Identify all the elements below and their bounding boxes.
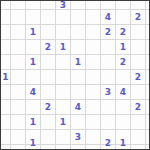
cell-r8c1[interactable] <box>11 115 25 129</box>
cell-r2c10[interactable] <box>146 25 149 39</box>
clue-number: 2 <box>120 58 126 67</box>
cell-r4c2[interactable]: 1 <box>26 55 40 69</box>
cell-r1c5[interactable] <box>71 10 85 24</box>
cell-r1c8[interactable] <box>116 10 130 24</box>
cell-r8c6[interactable] <box>86 115 100 129</box>
cell-r10c9[interactable] <box>131 145 145 150</box>
puzzle-board: 34212221111212434242113121 <box>0 0 150 150</box>
cell-r4c6[interactable] <box>86 55 100 69</box>
cell-r0c5[interactable] <box>71 1 85 9</box>
clue-number: 4 <box>120 88 126 97</box>
cell-r0c9[interactable] <box>131 1 145 9</box>
cell-r2c5[interactable] <box>71 25 85 39</box>
cell-r3c6[interactable] <box>86 40 100 54</box>
cell-r7c4[interactable] <box>56 100 70 114</box>
cell-r3c10[interactable] <box>146 40 149 54</box>
cell-r0c3[interactable] <box>41 1 55 9</box>
cell-r8c4[interactable]: 1 <box>56 115 70 129</box>
cell-r9c5[interactable]: 3 <box>71 130 85 144</box>
cell-r5c10[interactable] <box>146 70 149 84</box>
cell-r0c6[interactable] <box>86 1 100 9</box>
cell-r6c8[interactable]: 4 <box>116 85 130 99</box>
cell-r10c5[interactable] <box>71 145 85 150</box>
cell-r3c7[interactable] <box>101 40 115 54</box>
clue-number: 1 <box>30 28 36 37</box>
cell-r0c8[interactable] <box>116 1 130 9</box>
cell-r2c9[interactable] <box>131 25 145 39</box>
cell-r4c10[interactable] <box>146 55 149 69</box>
cell-r1c4[interactable] <box>56 10 70 24</box>
cell-r0c7[interactable] <box>101 1 115 9</box>
cell-r5c4[interactable] <box>56 70 70 84</box>
cell-r2c6[interactable] <box>86 25 100 39</box>
cell-r0c2[interactable] <box>26 1 40 9</box>
cell-r7c9[interactable]: 2 <box>131 100 145 114</box>
clue-number: 1 <box>2 73 8 82</box>
cell-r9c3[interactable] <box>41 130 55 144</box>
cell-r0c10[interactable] <box>146 1 149 9</box>
cell-r4c5[interactable]: 1 <box>71 55 85 69</box>
cell-r4c4[interactable] <box>56 55 70 69</box>
cell-r1c7[interactable]: 4 <box>101 10 115 24</box>
cell-r9c1[interactable] <box>11 130 25 144</box>
cell-r3c4[interactable]: 1 <box>56 40 70 54</box>
cell-r9c4[interactable] <box>56 130 70 144</box>
cell-r0c0[interactable] <box>1 1 10 9</box>
cell-r6c2[interactable]: 4 <box>26 85 40 99</box>
clue-number: 4 <box>75 103 81 112</box>
cell-r4c7[interactable] <box>101 55 115 69</box>
clue-number: 1 <box>75 58 81 67</box>
cell-r8c5[interactable] <box>71 115 85 129</box>
clue-number: 2 <box>135 73 141 82</box>
cell-r10c7[interactable]: 2 <box>101 145 115 150</box>
cell-r6c3[interactable] <box>41 85 55 99</box>
cell-r4c3[interactable] <box>41 55 55 69</box>
cell-r9c6[interactable] <box>86 130 100 144</box>
cell-r1c1[interactable] <box>11 10 25 24</box>
clue-number: 1 <box>60 43 66 52</box>
cell-r5c7[interactable] <box>101 70 115 84</box>
cell-r5c2[interactable] <box>26 70 40 84</box>
cell-r9c7[interactable] <box>101 130 115 144</box>
cell-r6c0[interactable] <box>1 85 10 99</box>
clue-number: 4 <box>30 88 36 97</box>
cell-r8c0[interactable] <box>1 115 10 129</box>
cell-r5c5[interactable] <box>71 70 85 84</box>
cell-r10c4[interactable] <box>56 145 70 150</box>
cell-r3c3[interactable]: 2 <box>41 40 55 54</box>
clue-number: 2 <box>120 28 126 37</box>
cell-r6c9[interactable] <box>131 85 145 99</box>
clue-number: 2 <box>105 28 111 37</box>
cell-r4c9[interactable] <box>131 55 145 69</box>
cell-r10c10[interactable] <box>146 145 149 150</box>
cell-r2c4[interactable] <box>56 25 70 39</box>
cell-r9c0[interactable] <box>1 130 10 144</box>
cell-r3c0[interactable] <box>1 40 10 54</box>
cell-r6c6[interactable] <box>86 85 100 99</box>
cell-r10c8[interactable]: 1 <box>116 145 130 150</box>
cell-r7c8[interactable] <box>116 100 130 114</box>
cell-r5c1[interactable] <box>11 70 25 84</box>
cell-r2c8[interactable]: 2 <box>116 25 130 39</box>
clue-number: 2 <box>135 13 141 22</box>
screenshot: 34212221111212434242113121 <box>0 0 150 150</box>
cell-r2c0[interactable] <box>1 25 10 39</box>
cell-r9c8[interactable] <box>116 130 130 144</box>
cell-r2c3[interactable] <box>41 25 55 39</box>
cell-r1c2[interactable] <box>26 10 40 24</box>
cell-r8c10[interactable] <box>146 115 149 129</box>
clue-number: 3 <box>75 133 81 142</box>
cell-r9c9[interactable] <box>131 130 145 144</box>
clue-number: 3 <box>60 1 66 10</box>
cell-r4c8[interactable]: 2 <box>116 55 130 69</box>
cell-r10c0[interactable] <box>1 145 10 150</box>
cell-r6c5[interactable] <box>71 85 85 99</box>
cell-r5c0[interactable]: 1 <box>1 70 10 84</box>
clue-number: 2 <box>45 43 51 52</box>
clue-number: 1 <box>30 58 36 67</box>
cell-r8c8[interactable] <box>116 115 130 129</box>
cell-r7c3[interactable]: 2 <box>41 100 55 114</box>
clue-number: 1 <box>60 118 66 127</box>
cell-r4c1[interactable] <box>11 55 25 69</box>
cell-r10c1[interactable] <box>11 145 25 150</box>
cell-r10c2[interactable]: 1 <box>26 145 40 150</box>
cell-r2c2[interactable]: 1 <box>26 25 40 39</box>
cell-r2c7[interactable]: 2 <box>101 25 115 39</box>
cell-r7c0[interactable] <box>1 100 10 114</box>
cell-r7c5[interactable]: 4 <box>71 100 85 114</box>
cell-r4c0[interactable] <box>1 55 10 69</box>
clue-number: 1 <box>120 43 126 52</box>
clue-number: 2 <box>45 103 51 112</box>
cell-r10c3[interactable] <box>41 145 55 150</box>
cell-r1c0[interactable] <box>1 10 10 24</box>
cell-r5c9[interactable]: 2 <box>131 70 145 84</box>
cell-r2c1[interactable] <box>11 25 25 39</box>
cell-r1c10[interactable] <box>146 10 149 24</box>
cell-r3c9[interactable] <box>131 40 145 54</box>
cell-r6c4[interactable] <box>56 85 70 99</box>
cell-r1c3[interactable] <box>41 10 55 24</box>
cell-r1c6[interactable] <box>86 10 100 24</box>
clue-number: 4 <box>105 13 111 22</box>
cell-r7c1[interactable] <box>11 100 25 114</box>
cell-r3c2[interactable] <box>26 40 40 54</box>
cell-r5c6[interactable] <box>86 70 100 84</box>
cell-r3c5[interactable] <box>71 40 85 54</box>
cell-r8c9[interactable] <box>131 115 145 129</box>
cell-r9c10[interactable] <box>146 130 149 144</box>
cell-r3c1[interactable] <box>11 40 25 54</box>
cell-r9c2[interactable] <box>26 130 40 144</box>
cell-r1c9[interactable]: 2 <box>131 10 145 24</box>
cell-r5c3[interactable] <box>41 70 55 84</box>
cell-r7c10[interactable] <box>146 100 149 114</box>
cell-r5c8[interactable] <box>116 70 130 84</box>
cell-r3c8[interactable]: 1 <box>116 40 130 54</box>
cell-r6c7[interactable]: 3 <box>101 85 115 99</box>
cell-r6c1[interactable] <box>11 85 25 99</box>
cell-r7c2[interactable] <box>26 100 40 114</box>
cell-r7c7[interactable] <box>101 100 115 114</box>
cell-r8c3[interactable] <box>41 115 55 129</box>
clue-number: 2 <box>135 103 141 112</box>
cell-r0c1[interactable] <box>11 1 25 9</box>
cell-r0c4[interactable]: 3 <box>56 1 70 9</box>
cell-r8c7[interactable] <box>101 115 115 129</box>
clue-number: 1 <box>30 118 36 127</box>
cell-r7c6[interactable] <box>86 100 100 114</box>
cell-r8c2[interactable]: 1 <box>26 115 40 129</box>
cell-r6c10[interactable] <box>146 85 149 99</box>
clue-number: 3 <box>105 88 111 97</box>
cell-r10c6[interactable] <box>86 145 100 150</box>
